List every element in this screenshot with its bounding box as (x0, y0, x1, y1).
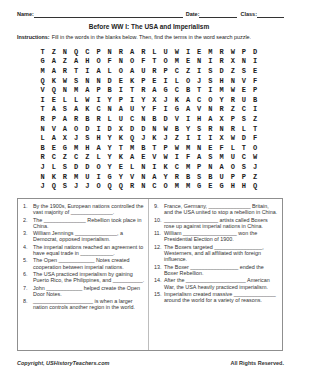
grid-cell[interactable]: O (93, 57, 104, 67)
grid-cell[interactable]: F (182, 153, 193, 163)
grid-cell[interactable]: P (227, 172, 238, 182)
grid-cell[interactable]: C (82, 47, 93, 57)
grid-cell[interactable]: B (171, 124, 182, 134)
grid-cell[interactable]: J (37, 162, 48, 172)
grid-cell[interactable]: A (59, 124, 70, 134)
grid-cell[interactable]: Z (250, 114, 261, 124)
grid-cell[interactable]: J (250, 162, 261, 172)
grid-cell[interactable]: X (59, 133, 70, 143)
grid-cell[interactable]: I (93, 95, 104, 105)
grid-cell[interactable]: D (82, 124, 93, 134)
grid-cell[interactable]: I (149, 162, 160, 172)
grid-cell[interactable]: A (182, 105, 193, 115)
grid-cell[interactable]: N (37, 172, 48, 182)
grid-cell[interactable]: P (250, 85, 261, 95)
grid-cell[interactable]: O (127, 57, 138, 67)
grid-cell[interactable]: I (250, 57, 261, 67)
grid-cell[interactable]: H (227, 181, 238, 191)
grid-cell[interactable]: U (127, 105, 138, 115)
grid-cell[interactable]: U (82, 172, 93, 182)
grid-cell[interactable]: R (37, 153, 48, 163)
date-blank[interactable] (199, 11, 237, 18)
grid-cell[interactable]: A (48, 133, 59, 143)
grid-cell[interactable]: R (71, 114, 82, 124)
grid-cell[interactable]: R (149, 66, 160, 76)
grid-cell[interactable]: F (149, 105, 160, 115)
grid-cell[interactable]: I (194, 133, 205, 143)
grid-cell[interactable]: D (138, 124, 149, 134)
grid-cell[interactable]: O (160, 57, 171, 67)
grid-cell[interactable]: D (104, 124, 115, 134)
grid-cell[interactable]: E (138, 153, 149, 163)
grid-cell[interactable]: N (216, 124, 227, 134)
grid-cell[interactable]: R (37, 114, 48, 124)
grid-cell[interactable]: W (227, 47, 238, 57)
grid-cell[interactable]: M (71, 143, 82, 153)
grid-cell[interactable]: S (194, 172, 205, 182)
grid-cell[interactable]: H (82, 143, 93, 153)
grid-cell[interactable]: Y (104, 143, 115, 153)
grid-cell[interactable]: K (149, 133, 160, 143)
grid-cell[interactable]: I (171, 153, 182, 163)
grid-cell[interactable]: N (115, 57, 126, 67)
grid-cell[interactable]: K (160, 162, 171, 172)
grid-cell[interactable]: H (93, 133, 104, 143)
grid-cell[interactable]: R (115, 47, 126, 57)
grid-cell[interactable]: K (48, 172, 59, 182)
grid-cell[interactable]: T (149, 57, 160, 67)
grid-cell[interactable]: X (227, 57, 238, 67)
grid-cell[interactable]: A (127, 66, 138, 76)
grid-cell[interactable]: I (182, 114, 193, 124)
grid-cell[interactable]: I (250, 105, 261, 115)
grid-cell[interactable]: S (238, 114, 249, 124)
grid-cell[interactable]: T (71, 66, 82, 76)
grid-cell[interactable]: E (205, 143, 216, 153)
grid-cell[interactable]: I (160, 105, 171, 115)
grid-cell[interactable]: E (205, 181, 216, 191)
grid-cell[interactable]: B (37, 143, 48, 153)
grid-cell[interactable]: N (138, 162, 149, 172)
grid-cell[interactable]: O (227, 162, 238, 172)
grid-cell[interactable]: V (171, 114, 182, 124)
grid-cell[interactable]: K (115, 153, 126, 163)
grid-cell[interactable]: Y (104, 133, 115, 143)
grid-cell[interactable]: L (127, 162, 138, 172)
grid-cell[interactable]: Z (227, 105, 238, 115)
grid-cell[interactable]: H (194, 114, 205, 124)
grid-cell[interactable]: R (216, 105, 227, 115)
grid-cell[interactable]: E (182, 57, 193, 67)
grid-cell[interactable]: D (160, 114, 171, 124)
grid-cell[interactable]: C (238, 153, 249, 163)
grid-cell[interactable]: T (127, 85, 138, 95)
grid-cell[interactable]: E (48, 95, 59, 105)
grid-cell[interactable]: Z (59, 57, 70, 67)
grid-cell[interactable]: Q (48, 181, 59, 191)
grid-cell[interactable]: M (182, 181, 193, 191)
grid-cell[interactable]: N (138, 181, 149, 191)
grid-cell[interactable]: N (194, 143, 205, 153)
grid-cell[interactable]: K (127, 76, 138, 86)
grid-cell[interactable]: T (115, 143, 126, 153)
grid-cell[interactable]: Q (48, 85, 59, 95)
grid-cell[interactable]: C (127, 114, 138, 124)
grid-cell[interactable]: H (238, 181, 249, 191)
grid-cell[interactable]: Y (182, 124, 193, 134)
name-blank[interactable] (34, 11, 183, 18)
grid-cell[interactable]: D (82, 162, 93, 172)
grid-cell[interactable]: R (127, 181, 138, 191)
grid-cell[interactable]: J (37, 181, 48, 191)
grid-cell[interactable]: N (37, 124, 48, 134)
grid-cell[interactable]: K (82, 105, 93, 115)
grid-cell[interactable]: M (71, 85, 82, 95)
grid-cell[interactable]: L (171, 76, 182, 86)
grid-cell[interactable]: C (48, 153, 59, 163)
grid-cell[interactable]: R (227, 124, 238, 134)
grid-cell[interactable]: N (104, 105, 115, 115)
grid-cell[interactable]: L (71, 95, 82, 105)
grid-cell[interactable]: P (93, 47, 104, 57)
grid-cell[interactable]: A (71, 105, 82, 115)
grid-cell[interactable]: W (59, 76, 70, 86)
grid-cell[interactable]: P (194, 162, 205, 172)
grid-cell[interactable]: B (104, 85, 115, 95)
grid-cell[interactable]: Y (104, 153, 115, 163)
grid-cell[interactable]: E (238, 85, 249, 95)
grid-cell[interactable]: P (160, 66, 171, 76)
grid-cell[interactable]: Z (48, 47, 59, 57)
grid-cell[interactable]: Q (71, 47, 82, 57)
grid-cell[interactable]: J (71, 181, 82, 191)
grid-cell[interactable]: G (216, 181, 227, 191)
grid-cell[interactable]: O (160, 181, 171, 191)
grid-cell[interactable]: K (48, 76, 59, 86)
grid-cell[interactable]: Y (115, 172, 126, 182)
grid-cell[interactable]: R (138, 47, 149, 57)
grid-cell[interactable]: G (160, 85, 171, 95)
grid-cell[interactable]: Z (59, 153, 70, 163)
grid-cell[interactable]: I (115, 85, 126, 95)
grid-cell[interactable]: M (205, 47, 216, 57)
grid-cell[interactable]: T (37, 105, 48, 115)
grid-cell[interactable]: L (37, 133, 48, 143)
grid-cell[interactable]: N (205, 162, 216, 172)
grid-cell[interactable]: A (194, 153, 205, 163)
grid-cell[interactable]: D (104, 76, 115, 86)
grid-cell[interactable]: U (238, 95, 249, 105)
grid-cell[interactable]: S (59, 105, 70, 115)
grid-cell[interactable]: A (71, 57, 82, 67)
grid-cell[interactable]: V (238, 76, 249, 86)
grid-cell[interactable]: S (238, 66, 249, 76)
grid-cell[interactable]: G (194, 181, 205, 191)
grid-cell[interactable]: A (115, 105, 126, 115)
grid-cell[interactable]: M (216, 153, 227, 163)
grid-cell[interactable]: A (127, 153, 138, 163)
grid-cell[interactable]: O (250, 143, 261, 153)
grid-cell[interactable]: U (227, 153, 238, 163)
grid-cell[interactable]: O (93, 162, 104, 172)
class-blank[interactable] (257, 11, 284, 18)
grid-cell[interactable]: Q (37, 76, 48, 86)
grid-cell[interactable]: M (216, 85, 227, 95)
grid-cell[interactable]: M (171, 181, 182, 191)
grid-cell[interactable]: C (171, 66, 182, 76)
grid-cell[interactable]: Q (127, 133, 138, 143)
grid-cell[interactable]: D (127, 124, 138, 134)
grid-cell[interactable]: R (227, 95, 238, 105)
grid-cell[interactable]: A (149, 85, 160, 95)
grid-cell[interactable]: Y (138, 95, 149, 105)
grid-cell[interactable]: Y (160, 172, 171, 182)
grid-cell[interactable]: W (250, 153, 261, 163)
grid-cell[interactable]: V (48, 124, 59, 134)
grid-cell[interactable]: O (182, 76, 193, 86)
grid-cell[interactable]: I (93, 124, 104, 134)
grid-cell[interactable]: A (93, 66, 104, 76)
grid-cell[interactable]: M (37, 66, 48, 76)
grid-cell[interactable]: A (149, 172, 160, 182)
grid-cell[interactable]: G (104, 172, 115, 182)
grid-cell[interactable]: V (127, 172, 138, 182)
grid-cell[interactable]: W (171, 47, 182, 57)
grid-cell[interactable]: C (171, 162, 182, 172)
grid-cell[interactable]: P (238, 172, 249, 182)
grid-cell[interactable]: C (71, 153, 82, 163)
grid-cell[interactable]: F (216, 143, 227, 153)
grid-cell[interactable]: I (182, 133, 193, 143)
grid-cell[interactable]: C (149, 181, 160, 191)
grid-cell[interactable]: C (93, 105, 104, 115)
grid-cell[interactable]: V (194, 105, 205, 115)
grid-cell[interactable]: Y (216, 95, 227, 105)
grid-cell[interactable]: N (138, 114, 149, 124)
grid-cell[interactable]: I (205, 85, 216, 95)
grid-cell[interactable]: S (71, 76, 82, 86)
grid-cell[interactable]: F (104, 57, 115, 67)
grid-cell[interactable]: D (216, 66, 227, 76)
grid-cell[interactable]: H (82, 57, 93, 67)
grid-cell[interactable]: P (227, 114, 238, 124)
grid-cell[interactable]: I (194, 66, 205, 76)
grid-cell[interactable]: I (127, 95, 138, 105)
grid-cell[interactable]: E (115, 76, 126, 86)
grid-cell[interactable]: R (216, 47, 227, 57)
grid-cell[interactable]: V (37, 85, 48, 95)
grid-cell[interactable]: U (160, 47, 171, 57)
grid-cell[interactable]: S (82, 133, 93, 143)
grid-cell[interactable]: N (149, 124, 160, 134)
grid-cell[interactable]: W (227, 133, 238, 143)
grid-cell[interactable]: K (115, 133, 126, 143)
grid-cell[interactable]: F (250, 133, 261, 143)
grid-cell[interactable]: N (59, 47, 70, 57)
grid-cell[interactable]: Q (115, 181, 126, 191)
grid-cell[interactable]: R (138, 85, 149, 95)
grid-cell[interactable]: U (138, 66, 149, 76)
grid-cell[interactable]: I (82, 66, 93, 76)
grid-cell[interactable]: E (250, 66, 261, 76)
grid-cell[interactable]: F (138, 57, 149, 67)
grid-cell[interactable]: L (238, 124, 249, 134)
grid-cell[interactable]: W (160, 124, 171, 134)
grid-cell[interactable]: W (160, 153, 171, 163)
grid-cell[interactable]: M (71, 172, 82, 182)
grid-cell[interactable]: T (149, 143, 160, 153)
grid-cell[interactable]: S (205, 66, 216, 76)
grid-cell[interactable]: M (182, 143, 193, 153)
grid-cell[interactable]: D (238, 133, 249, 143)
grid-cell[interactable]: J (194, 76, 205, 86)
grid-cell[interactable]: S (205, 76, 216, 86)
grid-cell[interactable]: A (48, 66, 59, 76)
grid-cell[interactable]: X (149, 95, 160, 105)
grid-cell[interactable]: B (138, 143, 149, 153)
grid-cell[interactable]: G (37, 57, 48, 67)
grid-cell[interactable]: A (48, 105, 59, 115)
grid-cell[interactable]: N (194, 57, 205, 67)
grid-cell[interactable]: R (59, 172, 70, 182)
grid-cell[interactable]: Q (104, 181, 115, 191)
grid-cell[interactable]: A (127, 47, 138, 57)
grid-cell[interactable]: L (93, 153, 104, 163)
grid-cell[interactable]: V (149, 153, 160, 163)
grid-cell[interactable]: W (227, 85, 238, 95)
grid-cell[interactable]: F (250, 76, 261, 86)
grid-cell[interactable]: Z (250, 172, 261, 182)
grid-cell[interactable]: C (194, 95, 205, 105)
grid-cell[interactable]: I (37, 95, 48, 105)
grid-cell[interactable]: J (82, 181, 93, 191)
grid-cell[interactable]: R (93, 114, 104, 124)
grid-cell[interactable]: I (205, 57, 216, 67)
grid-cell[interactable]: X (216, 114, 227, 124)
grid-cell[interactable]: P (160, 143, 171, 153)
grid-cell[interactable]: X (216, 133, 227, 143)
grid-cell[interactable]: L (59, 95, 70, 105)
grid-cell[interactable]: N (59, 85, 70, 95)
grid-cell[interactable]: B (182, 85, 193, 95)
grid-cell[interactable]: N (138, 172, 149, 182)
grid-cell[interactable]: E (149, 76, 160, 86)
grid-cell[interactable]: E (194, 47, 205, 57)
grid-cell[interactable]: D (71, 162, 82, 172)
grid-cell[interactable]: C (171, 85, 182, 95)
grid-cell[interactable]: C (238, 105, 249, 115)
grid-cell[interactable]: Z (82, 153, 93, 163)
grid-cell[interactable]: R (171, 172, 182, 182)
grid-cell[interactable]: A (93, 143, 104, 153)
grid-cell[interactable]: P (138, 76, 149, 86)
grid-cell[interactable]: R (216, 57, 227, 67)
grid-cell[interactable]: B (205, 172, 216, 182)
grid-cell[interactable]: S (59, 181, 70, 191)
grid-cell[interactable]: J (160, 95, 171, 105)
grid-cell[interactable]: T (37, 47, 48, 57)
grid-cell[interactable]: U (115, 114, 126, 124)
grid-cell[interactable]: B (182, 172, 193, 182)
grid-cell[interactable]: A (59, 114, 70, 124)
grid-cell[interactable]: H (216, 76, 227, 86)
grid-cell[interactable]: J (71, 133, 82, 143)
grid-cell[interactable]: O (205, 95, 216, 105)
grid-cell[interactable]: N (104, 47, 115, 57)
grid-cell[interactable]: E (48, 143, 59, 153)
grid-cell[interactable]: J (138, 133, 149, 143)
grid-cell[interactable]: Q (250, 181, 261, 191)
grid-cell[interactable]: B (149, 114, 160, 124)
grid-cell[interactable]: R (205, 124, 216, 134)
grid-cell[interactable]: N (93, 76, 104, 86)
grid-cell[interactable]: W (171, 143, 182, 153)
grid-cell[interactable]: O (71, 124, 82, 134)
grid-cell[interactable]: B (250, 95, 261, 105)
grid-cell[interactable]: U (216, 172, 227, 182)
grid-cell[interactable]: A (182, 95, 193, 105)
grid-cell[interactable]: P (48, 114, 59, 124)
grid-cell[interactable]: B (82, 114, 93, 124)
grid-cell[interactable]: P (115, 95, 126, 105)
grid-cell[interactable]: L (227, 143, 238, 153)
grid-cell[interactable]: R (59, 66, 70, 76)
grid-cell[interactable]: T (194, 85, 205, 95)
grid-cell[interactable]: N (227, 76, 238, 86)
grid-cell[interactable]: I (205, 133, 216, 143)
grid-cell[interactable]: X (115, 124, 126, 134)
grid-cell[interactable]: I (182, 47, 193, 57)
grid-cell[interactable]: L (104, 66, 115, 76)
grid-cell[interactable]: Z (182, 66, 193, 76)
grid-cell[interactable]: A (205, 114, 216, 124)
grid-cell[interactable]: S (59, 162, 70, 172)
grid-cell[interactable]: Z (227, 66, 238, 76)
grid-cell[interactable]: Z (171, 133, 182, 143)
grid-cell[interactable]: O (115, 66, 126, 76)
grid-cell[interactable]: S (205, 153, 216, 163)
grid-cell[interactable]: M (182, 162, 193, 172)
grid-cell[interactable]: O (93, 181, 104, 191)
grid-cell[interactable]: K (171, 95, 182, 105)
grid-cell[interactable]: Y (104, 95, 115, 105)
grid-cell[interactable]: N (205, 105, 216, 115)
grid-cell[interactable]: G (59, 143, 70, 153)
grid-cell[interactable]: M (127, 143, 138, 153)
grid-cell[interactable]: S (238, 162, 249, 172)
grid-cell[interactable]: L (48, 162, 59, 172)
grid-cell[interactable]: N (82, 76, 93, 86)
grid-cell[interactable]: N (238, 57, 249, 67)
grid-cell[interactable]: A (48, 57, 59, 67)
grid-cell[interactable]: J (160, 133, 171, 143)
grid-cell[interactable]: W (82, 95, 93, 105)
grid-cell[interactable]: T (250, 124, 261, 134)
grid-cell[interactable]: L (104, 114, 115, 124)
grid-cell[interactable]: E (115, 162, 126, 172)
grid-cell[interactable]: P (238, 47, 249, 57)
grid-cell[interactable]: D (250, 47, 261, 57)
grid-cell[interactable]: A (82, 85, 93, 95)
grid-cell[interactable]: I (93, 172, 104, 182)
grid-cell[interactable]: M (171, 57, 182, 67)
grid-cell[interactable]: Y (104, 162, 115, 172)
grid-cell[interactable]: Y (138, 105, 149, 115)
grid-cell[interactable]: I (160, 76, 171, 86)
grid-cell[interactable]: P (93, 85, 104, 95)
grid-cell[interactable]: G (171, 105, 182, 115)
grid-cell[interactable]: L (149, 47, 160, 57)
